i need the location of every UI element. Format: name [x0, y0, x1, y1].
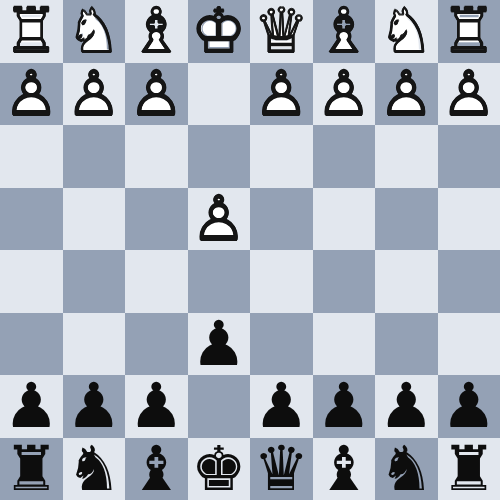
black-bishop[interactable]: ♝: [313, 438, 376, 500]
square-a6[interactable]: [438, 313, 500, 376]
square-e3[interactable]: [188, 125, 251, 188]
square-b5[interactable]: [375, 250, 438, 313]
piece-outline: ♗: [313, 0, 376, 63]
piece-outline: ♗: [125, 0, 188, 63]
piece-outline: ♙: [125, 63, 188, 126]
white-queen[interactable]: ♛♕: [250, 0, 313, 63]
square-a3[interactable]: [438, 125, 500, 188]
piece-outline: ♖: [438, 0, 500, 63]
square-f7[interactable]: ♟: [125, 375, 188, 438]
white-pawn[interactable]: ♟♙: [63, 63, 126, 126]
white-rook[interactable]: ♜♖: [438, 0, 500, 63]
square-f6[interactable]: [125, 313, 188, 376]
square-c4[interactable]: [313, 188, 376, 251]
piece-outline: ♘: [375, 0, 438, 63]
black-pawn[interactable]: ♟: [0, 375, 63, 438]
piece-glyph: ♛: [250, 438, 313, 500]
square-c5[interactable]: [313, 250, 376, 313]
white-pawn[interactable]: ♟♙: [438, 63, 500, 126]
black-knight[interactable]: ♞: [375, 438, 438, 500]
square-b4[interactable]: [375, 188, 438, 251]
black-pawn[interactable]: ♟: [188, 313, 251, 376]
white-pawn[interactable]: ♟♙: [0, 63, 63, 126]
white-pawn[interactable]: ♟♙: [125, 63, 188, 126]
square-e5[interactable]: [188, 250, 251, 313]
white-pawn[interactable]: ♟♙: [313, 63, 376, 126]
white-rook[interactable]: ♜♖: [0, 0, 63, 63]
black-knight[interactable]: ♞: [63, 438, 126, 500]
square-f8[interactable]: ♝: [125, 438, 188, 500]
square-g5[interactable]: [63, 250, 126, 313]
square-g1[interactable]: ♞♘: [63, 0, 126, 63]
square-e6[interactable]: ♟: [188, 313, 251, 376]
piece-outline: ♙: [313, 63, 376, 126]
square-g8[interactable]: ♞: [63, 438, 126, 500]
piece-glyph: ♞: [375, 438, 438, 500]
square-d8[interactable]: ♛: [250, 438, 313, 500]
piece-glyph: ♞: [63, 438, 126, 500]
piece-glyph: ♟: [250, 375, 313, 438]
white-pawn[interactable]: ♟♙: [375, 63, 438, 126]
white-king[interactable]: ♚♔: [188, 0, 251, 63]
square-g4[interactable]: [63, 188, 126, 251]
square-a5[interactable]: [438, 250, 500, 313]
white-pawn[interactable]: ♟♙: [250, 63, 313, 126]
square-d2[interactable]: ♟♙: [250, 63, 313, 126]
square-d5[interactable]: [250, 250, 313, 313]
white-bishop[interactable]: ♝♗: [313, 0, 376, 63]
piece-glyph: ♜: [0, 438, 63, 500]
black-rook[interactable]: ♜: [438, 438, 500, 500]
square-a7[interactable]: ♟: [438, 375, 500, 438]
black-queen[interactable]: ♛: [250, 438, 313, 500]
black-pawn[interactable]: ♟: [438, 375, 500, 438]
white-knight[interactable]: ♞♘: [375, 0, 438, 63]
piece-glyph: ♟: [313, 375, 376, 438]
black-bishop[interactable]: ♝: [125, 438, 188, 500]
black-pawn[interactable]: ♟: [250, 375, 313, 438]
square-b7[interactable]: ♟: [375, 375, 438, 438]
square-g7[interactable]: ♟: [63, 375, 126, 438]
piece-outline: ♙: [63, 63, 126, 126]
square-c3[interactable]: [313, 125, 376, 188]
square-f1[interactable]: ♝♗: [125, 0, 188, 63]
black-king[interactable]: ♚: [188, 438, 251, 500]
square-g3[interactable]: [63, 125, 126, 188]
square-c2[interactable]: ♟♙: [313, 63, 376, 126]
square-f5[interactable]: [125, 250, 188, 313]
piece-outline: ♖: [0, 0, 63, 63]
piece-outline: ♔: [188, 0, 251, 63]
black-pawn[interactable]: ♟: [63, 375, 126, 438]
square-b3[interactable]: [375, 125, 438, 188]
square-e8[interactable]: ♚: [188, 438, 251, 500]
black-rook[interactable]: ♜: [0, 438, 63, 500]
square-f4[interactable]: [125, 188, 188, 251]
square-f3[interactable]: [125, 125, 188, 188]
piece-glyph: ♚: [188, 438, 251, 500]
square-h4[interactable]: [0, 188, 63, 251]
square-a8[interactable]: ♜: [438, 438, 500, 500]
piece-glyph: ♟: [63, 375, 126, 438]
square-b2[interactable]: ♟♙: [375, 63, 438, 126]
square-a2[interactable]: ♟♙: [438, 63, 500, 126]
square-b6[interactable]: [375, 313, 438, 376]
square-d1[interactable]: ♛♕: [250, 0, 313, 63]
square-d6[interactable]: [250, 313, 313, 376]
piece-glyph: ♜: [438, 438, 500, 500]
square-e1[interactable]: ♚♔: [188, 0, 251, 63]
piece-outline: ♘: [63, 0, 126, 63]
square-h8[interactable]: ♜: [0, 438, 63, 500]
square-c1[interactable]: ♝♗: [313, 0, 376, 63]
square-c8[interactable]: ♝: [313, 438, 376, 500]
piece-outline: ♙: [0, 63, 63, 126]
square-g6[interactable]: [63, 313, 126, 376]
square-g2[interactable]: ♟♙: [63, 63, 126, 126]
square-e2[interactable]: [188, 63, 251, 126]
square-b8[interactable]: ♞: [375, 438, 438, 500]
square-a1[interactable]: ♜♖: [438, 0, 500, 63]
square-d4[interactable]: [250, 188, 313, 251]
square-d3[interactable]: [250, 125, 313, 188]
square-e7[interactable]: [188, 375, 251, 438]
square-h2[interactable]: ♟♙: [0, 63, 63, 126]
piece-outline: ♙: [188, 188, 251, 251]
piece-glyph: ♟: [188, 313, 251, 376]
white-knight[interactable]: ♞♘: [63, 0, 126, 63]
piece-glyph: ♟: [125, 375, 188, 438]
black-pawn[interactable]: ♟: [375, 375, 438, 438]
square-h5[interactable]: [0, 250, 63, 313]
piece-glyph: ♝: [313, 438, 376, 500]
square-f2[interactable]: ♟♙: [125, 63, 188, 126]
square-d7[interactable]: ♟: [250, 375, 313, 438]
piece-outline: ♙: [250, 63, 313, 126]
square-a4[interactable]: [438, 188, 500, 251]
chess-board: ♜♖♞♘♝♗♚♔♛♕♝♗♞♘♜♖♟♙♟♙♟♙♟♙♟♙♟♙♟♙♟♙♟♟♟♟♟♟♟♟…: [0, 0, 500, 500]
square-h3[interactable]: [0, 125, 63, 188]
square-h7[interactable]: ♟: [0, 375, 63, 438]
piece-glyph: ♝: [125, 438, 188, 500]
square-e4[interactable]: ♟♙: [188, 188, 251, 251]
square-h6[interactable]: [0, 313, 63, 376]
black-pawn[interactable]: ♟: [125, 375, 188, 438]
piece-glyph: ♟: [375, 375, 438, 438]
piece-glyph: ♟: [438, 375, 500, 438]
white-bishop[interactable]: ♝♗: [125, 0, 188, 63]
square-b1[interactable]: ♞♘: [375, 0, 438, 63]
square-c6[interactable]: [313, 313, 376, 376]
piece-outline: ♙: [375, 63, 438, 126]
piece-outline: ♙: [438, 63, 500, 126]
piece-glyph: ♟: [0, 375, 63, 438]
white-pawn[interactable]: ♟♙: [188, 188, 251, 251]
square-c7[interactable]: ♟: [313, 375, 376, 438]
square-h1[interactable]: ♜♖: [0, 0, 63, 63]
black-pawn[interactable]: ♟: [313, 375, 376, 438]
piece-outline: ♕: [250, 0, 313, 63]
